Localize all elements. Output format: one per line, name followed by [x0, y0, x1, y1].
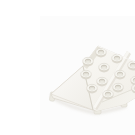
- stud: [115, 70, 126, 79]
- stud: [81, 70, 92, 79]
- stud: [96, 48, 107, 57]
- stud: [99, 63, 110, 72]
- stud: [113, 83, 124, 92]
- stud: [103, 90, 114, 99]
- stud: [97, 77, 108, 86]
- stud: [83, 57, 94, 66]
- product-photo: White LEGO inverted wedge slope plate wi…: [40, 16, 135, 135]
- stud: [87, 84, 98, 93]
- lego-piece-illustration: [40, 16, 135, 135]
